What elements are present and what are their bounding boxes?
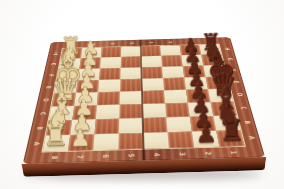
square-g6 [100, 57, 121, 68]
square-f1: ♝ [203, 65, 227, 77]
square-f2: ♟ [183, 66, 206, 78]
square-d7: ♟ [74, 92, 98, 106]
chess-board: 87654321 87654321 HGFEDCBA HGFEDCBA ♜♟♟♜… [23, 37, 265, 164]
square-c1: ♝ [211, 101, 237, 115]
board-grid: ♜♟♟♜♞♟♟♞♝♟♟♝♚♟♟♚♛♟♟♛♝♟♟♝♞♟♟♞♜♟♟♜ [43, 44, 245, 152]
square-g1: ♞ [201, 54, 224, 65]
square-c3 [165, 103, 190, 118]
square-a4 [143, 132, 169, 149]
square-a5 [118, 133, 143, 150]
square-c8: ♝ [49, 106, 74, 121]
square-d8: ♛ [51, 93, 76, 107]
square-h8: ♜ [61, 48, 82, 59]
white-pawn-a7: ♟ [67, 126, 93, 150]
square-d6 [97, 92, 120, 106]
white-pawn-h7: ♟ [80, 38, 101, 57]
square-g4 [141, 56, 162, 67]
square-b7: ♟ [70, 119, 96, 135]
square-e2: ♟ [184, 77, 208, 90]
square-f5 [120, 67, 141, 79]
square-h2: ♟ [180, 45, 201, 56]
square-b8: ♞ [46, 120, 72, 136]
dark-pawn-h2: ♟ [181, 36, 202, 55]
square-b6 [94, 119, 119, 135]
square-e7: ♟ [76, 80, 99, 93]
square-h7: ♟ [81, 47, 102, 58]
square-c4 [142, 103, 166, 118]
square-e1: ♚ [206, 76, 230, 89]
square-c7: ♟ [72, 105, 97, 120]
square-g8: ♞ [59, 58, 81, 69]
square-e5 [120, 79, 142, 92]
square-b1: ♞ [213, 115, 240, 131]
square-d3 [164, 90, 188, 104]
square-e8: ♚ [54, 81, 78, 94]
dark-pawn-a2: ♟ [193, 122, 219, 146]
square-a1: ♜ [216, 130, 244, 147]
square-a2: ♟ [192, 131, 219, 148]
board-front-edge [22, 157, 267, 177]
square-c2: ♟ [188, 102, 213, 117]
square-b2: ♟ [190, 116, 216, 132]
square-c5 [119, 104, 143, 119]
square-e3 [163, 78, 186, 91]
square-b5 [119, 118, 143, 134]
square-c6 [96, 105, 120, 120]
square-a6 [93, 134, 119, 151]
square-a3 [168, 132, 195, 149]
square-a7: ♟ [68, 134, 95, 151]
white-rook-h8: ♜ [60, 34, 81, 57]
square-d5 [120, 91, 143, 105]
square-g3 [161, 55, 183, 66]
square-d1: ♛ [208, 89, 233, 103]
square-f3 [162, 66, 184, 78]
square-f6 [99, 68, 121, 80]
square-h3 [160, 45, 181, 56]
perspective-scene: 87654321 87654321 HGFEDCBA HGFEDCBA ♜♟♟♜… [36, 0, 248, 189]
square-h4 [141, 46, 161, 57]
square-g2: ♟ [181, 55, 203, 66]
square-f8: ♝ [56, 69, 79, 81]
square-e4 [142, 78, 164, 91]
dark-rook-h1: ♜ [200, 31, 221, 54]
square-d4 [142, 90, 165, 104]
square-f4 [141, 67, 163, 79]
square-g5 [121, 56, 142, 67]
square-a8: ♜ [43, 135, 70, 152]
square-h1: ♜ [199, 44, 221, 55]
square-g7: ♟ [79, 58, 101, 69]
square-f7: ♟ [78, 68, 100, 80]
square-e6 [98, 79, 120, 92]
square-b4 [143, 117, 168, 133]
square-d2: ♟ [186, 89, 211, 103]
product-photo: 87654321 87654321 HGFEDCBA HGFEDCBA ♜♟♟♜… [0, 0, 284, 189]
square-h5 [121, 46, 141, 57]
square-b3 [166, 117, 192, 133]
square-h6 [101, 47, 121, 58]
